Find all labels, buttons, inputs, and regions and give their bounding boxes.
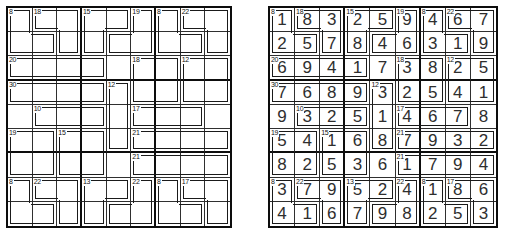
solution-cell-r7c6: 211: [396, 153, 421, 177]
puzzle-cell-r4c9[interactable]: [205, 81, 230, 105]
cage-sum-label: 17: [132, 105, 140, 113]
puzzle-cell-r9c5[interactable]: [107, 202, 132, 226]
solution-cell-r9c5: 9: [370, 202, 395, 226]
solution-digit: 1: [353, 59, 362, 76]
solution-cell-r5c2: 103: [295, 105, 320, 129]
puzzle-cell-r3c2[interactable]: [33, 56, 58, 80]
solution-cell-r4c4: 9: [345, 81, 370, 105]
solution-digit: 6: [428, 108, 437, 125]
cage-sum-label: 8: [157, 8, 162, 16]
solution-cell-r5c4: 5: [345, 105, 370, 129]
puzzle-cell-r5c4[interactable]: [82, 105, 107, 129]
solution-cell-r8c4: 135: [345, 178, 370, 202]
solution-digit: 4: [479, 156, 488, 173]
solution-digit: 5: [353, 108, 362, 125]
solution-cell-r1c1: 81: [270, 8, 295, 32]
cage-outline: [179, 204, 203, 224]
puzzle-cell-r6c7[interactable]: [156, 129, 181, 153]
solution-cell-r1c2: 188: [295, 8, 320, 32]
solution-board: 8118831525199842267257846319206941718381…: [268, 6, 498, 228]
solution-cell-r5c6: 174: [396, 105, 421, 129]
puzzle-cell-r5c6[interactable]: 17: [131, 105, 156, 129]
puzzle-cell-r8c9[interactable]: [205, 178, 230, 202]
cage-sum-label: 18: [296, 8, 304, 16]
solution-digit: 9: [302, 59, 311, 76]
puzzle-cell-r3c9[interactable]: [205, 56, 230, 80]
puzzle-cell-r6c6[interactable]: 21: [131, 129, 156, 153]
solution-cell-r8c8: 178: [446, 178, 471, 202]
cage-sum-label: 19: [132, 8, 140, 16]
cage-sum-label: 8: [422, 178, 427, 186]
cage-outline: [179, 131, 207, 149]
puzzle-cell-r1c9[interactable]: [205, 8, 230, 32]
cage-outline: [31, 58, 59, 76]
puzzle-cell-r8c2[interactable]: 22: [33, 178, 58, 202]
solution-digit: 4: [327, 59, 336, 76]
puzzle-cell-r7c4[interactable]: [82, 153, 107, 177]
solution-digit: 9: [353, 84, 362, 101]
solution-cell-r4c6: 2: [396, 81, 421, 105]
cage-sum-label: 18: [397, 56, 405, 64]
cage-outline: [179, 34, 203, 53]
puzzle-cell-r6c5[interactable]: [107, 129, 132, 153]
puzzle-cell-r6c2[interactable]: [33, 129, 58, 153]
cage-outline: [59, 30, 78, 53]
cage-outline: [203, 10, 228, 33]
solution-digit: 4: [277, 205, 286, 222]
solution-cell-r5c8: 7: [446, 105, 471, 129]
cage-outline: [55, 83, 82, 102]
puzzle-cell-r8c3[interactable]: [57, 178, 82, 202]
puzzle-cell-r5c8[interactable]: [181, 105, 206, 129]
puzzle-cell-r2c8[interactable]: [181, 32, 206, 56]
cage-outline: [31, 151, 55, 174]
solution-cell-r2c9: 9: [471, 32, 496, 56]
solution-digit: 5: [327, 156, 336, 173]
solution-digit: 3: [479, 205, 488, 222]
puzzle-cell-r1c6[interactable]: 19: [131, 8, 156, 32]
puzzle-cell-r9c4[interactable]: [82, 202, 107, 226]
cage-outline: [105, 10, 129, 29]
solution-cell-r9c6: 8: [396, 202, 421, 226]
cage-outline: [31, 83, 59, 102]
solution-digit: 2: [428, 205, 437, 222]
cage-sum-label: 21: [132, 129, 140, 137]
solution-cell-r3c1: 206: [270, 56, 295, 80]
cage-sum-label: 21: [397, 129, 405, 137]
puzzle-cell-r2c1[interactable]: [8, 32, 33, 56]
solution-cell-r8c6: 224: [396, 178, 421, 202]
solution-digit: 8: [277, 156, 286, 173]
solution-digit: 8: [353, 35, 362, 52]
puzzle-cell-r6c3[interactable]: 15: [57, 129, 82, 153]
cage-outline: [59, 200, 78, 224]
solution-digit: 1: [479, 84, 488, 101]
solution-cell-r9c7: 2: [421, 202, 446, 226]
solution-digit: 5: [378, 11, 387, 28]
puzzle-cell-r3c8[interactable]: 12: [181, 56, 206, 80]
cage-sum-label: 8: [271, 8, 276, 16]
solution-cell-r1c3: 3: [320, 8, 345, 32]
solution-digit: 3: [353, 156, 362, 173]
solution-cell-r6c2: 4: [295, 129, 320, 153]
cage-outline: [55, 58, 82, 76]
solution-cell-r6c8: 3: [446, 129, 471, 153]
solution-cell-r9c1: 4: [270, 202, 295, 226]
solution-cell-r2c7: 3: [421, 32, 446, 56]
cage-outline: [183, 79, 207, 102]
puzzle-cell-r8c4[interactable]: 13: [82, 178, 107, 202]
cage-sum-label: 17: [397, 105, 405, 113]
solution-digit: 2: [277, 35, 286, 52]
puzzle-cell-r9c6[interactable]: [131, 202, 156, 226]
puzzle-board: 8181519822201812301210171915212182213228…: [6, 6, 232, 228]
cage-outline: [105, 180, 129, 199]
cage-outline: [203, 79, 228, 102]
cage-outline: [203, 131, 228, 149]
cage-outline: [10, 30, 34, 53]
solution-cell-r9c9: 3: [471, 202, 496, 226]
puzzle-cell-r1c3[interactable]: [57, 8, 82, 32]
cage-outline: [109, 103, 129, 130]
puzzle-cell-r1c1[interactable]: 8: [8, 8, 33, 32]
solution-cell-r3c5: 7: [370, 56, 395, 80]
puzzle-cell-r7c6[interactable]: 21: [131, 153, 156, 177]
solution-cell-r3c3: 4: [320, 56, 345, 80]
solution-cell-r1c5: 5: [370, 8, 395, 32]
puzzle-cell-r7c8[interactable]: [181, 153, 206, 177]
solution-cell-r1c8: 226: [446, 8, 471, 32]
solution-cell-r8c3: 9: [320, 178, 345, 202]
cage-sum-label: 17: [182, 178, 190, 186]
cage-outline: [154, 131, 182, 149]
solution-cell-r4c1: 307: [270, 81, 295, 105]
cage-outline: [10, 200, 34, 224]
puzzle-cell-r6c8[interactable]: [181, 129, 206, 153]
puzzle-cell-r3c5[interactable]: [107, 56, 132, 80]
solution-cell-r6c5: 8: [370, 129, 395, 153]
puzzle-cell-r9c9[interactable]: [205, 202, 230, 226]
puzzle-cell-r3c1[interactable]: 20: [8, 56, 33, 80]
solution-digit: 8: [378, 132, 387, 149]
cage-sum-label: 13: [83, 178, 91, 186]
solution-cell-r9c4: 7: [345, 202, 370, 226]
solution-cell-r2c8: 1: [446, 32, 471, 56]
puzzle-cell-r6c4[interactable]: [82, 129, 107, 153]
solution-digit: 5: [453, 205, 462, 222]
solution-cell-r3c7: 8: [421, 56, 446, 80]
puzzle-cell-r5c3[interactable]: [57, 105, 82, 129]
solution-digit: 2: [402, 84, 411, 101]
puzzle-cell-r2c3[interactable]: [57, 32, 82, 56]
cage-outline: [207, 30, 228, 53]
puzzle-cell-r9c1[interactable]: [8, 202, 33, 226]
solution-cell-r4c5: 123: [370, 81, 395, 105]
cage-outline: [203, 58, 228, 80]
puzzle-cell-r9c2[interactable]: [33, 202, 58, 226]
solution-digit: 8: [402, 205, 411, 222]
solution-digit: 9: [428, 132, 437, 149]
solution-cell-r5c1: 9: [270, 105, 295, 129]
puzzle-cell-r6c1[interactable]: 19: [8, 129, 33, 153]
solution-digit: 7: [479, 11, 488, 28]
cage-sum-label: 22: [132, 178, 140, 186]
solution-digit: 7: [378, 59, 387, 76]
puzzle-cell-r5c9[interactable]: [205, 105, 230, 129]
cage-outline: [80, 131, 104, 153]
solution-digit: 7: [453, 108, 462, 125]
solution-digit: 1: [302, 205, 311, 222]
cage-sum-label: 10: [296, 105, 304, 113]
solution-digit: 6: [402, 35, 411, 52]
cage-sum-label: 15: [83, 8, 91, 16]
puzzle-cell-r7c1[interactable]: [8, 153, 33, 177]
solution-cell-r4c3: 8: [320, 81, 345, 105]
cage-outline: [31, 34, 55, 53]
puzzle-cell-r7c9[interactable]: [205, 153, 230, 177]
solution-cell-r9c3: 6: [320, 202, 345, 226]
puzzle-cell-r8c1[interactable]: 8: [8, 178, 33, 202]
solution-cell-r7c5: 6: [370, 153, 395, 177]
puzzle-cell-r4c2[interactable]: [33, 81, 58, 105]
solution-cell-r5c3: 2: [320, 105, 345, 129]
puzzle-cell-r5c1[interactable]: [8, 105, 33, 129]
cage-sum-label: 12: [371, 81, 379, 89]
solution-cell-r2c4: 8: [345, 32, 370, 56]
solution-digit: 7: [428, 156, 437, 173]
cage-sum-label: 13: [346, 178, 354, 186]
solution-digit: 3: [428, 35, 437, 52]
solution-digit: 2: [479, 132, 488, 149]
solution-digit: 1: [277, 11, 286, 28]
puzzle-cell-r2c6[interactable]: [131, 32, 156, 56]
cage-sum-label: 18: [132, 56, 140, 64]
puzzle-cell-r2c2[interactable]: [33, 32, 58, 56]
solution-cell-r6c3: 151: [320, 129, 345, 153]
solution-digit: 7: [353, 205, 362, 222]
puzzle-cell-r4c4[interactable]: [82, 81, 107, 105]
solution-cell-r1c9: 7: [471, 8, 496, 32]
puzzle-cell-r2c7[interactable]: [156, 32, 181, 56]
solution-cell-r2c5: 4: [370, 32, 395, 56]
solution-digit: 1: [428, 181, 437, 198]
puzzle-cell-r4c8[interactable]: [181, 81, 206, 105]
cage-sum-label: 12: [182, 56, 190, 64]
puzzle-cell-r8c7[interactable]: 8: [156, 178, 181, 202]
cage-outline: [154, 79, 178, 102]
solution-digit: 1: [453, 35, 462, 52]
cage-sum-label: 17: [447, 178, 455, 186]
solution-cell-r9c8: 5: [446, 202, 471, 226]
solution-cell-r6c9: 2: [471, 129, 496, 153]
solution-cell-r5c7: 6: [421, 105, 446, 129]
solution-cell-r2c2: 5: [295, 32, 320, 56]
solution-digit: 5: [479, 59, 488, 76]
cage-sum-label: 21: [132, 153, 140, 161]
puzzle-cell-r1c7[interactable]: 8: [156, 8, 181, 32]
puzzle-cell-r2c4[interactable]: [82, 32, 107, 56]
solution-digit: 6: [327, 205, 336, 222]
solution-digit: 4: [378, 35, 387, 52]
solution-cell-r7c7: 7: [421, 153, 446, 177]
solution-cell-r7c1: 8: [270, 153, 295, 177]
solution-cell-r3c8: 122: [446, 56, 471, 80]
puzzle-cell-r6c9[interactable]: [205, 129, 230, 153]
cage-outline: [158, 200, 182, 224]
cage-outline: [80, 83, 104, 102]
solution-cell-r1c4: 152: [345, 8, 370, 32]
cage-sum-label: 22: [296, 178, 304, 186]
cage-sum-label: 8: [9, 178, 14, 186]
puzzle-cell-r5c2[interactable]: 10: [33, 105, 58, 129]
puzzle-cell-r9c8[interactable]: [181, 202, 206, 226]
cage-outline: [154, 107, 182, 126]
solution-cell-r5c5: 1: [370, 105, 395, 129]
puzzle-cell-r5c5[interactable]: [107, 105, 132, 129]
puzzle-cell-r4c5[interactable]: 12: [107, 81, 132, 105]
solution-cell-r8c1: 83: [270, 178, 295, 202]
cage-outline: [55, 10, 78, 33]
puzzle-cell-r3c3[interactable]: [57, 56, 82, 80]
solution-cell-r2c6: 6: [396, 32, 421, 56]
cage-sum-label: 21: [397, 153, 405, 161]
solution-cell-r6c6: 217: [396, 129, 421, 153]
puzzle-cell-r4c3[interactable]: [57, 81, 82, 105]
puzzle-cell-r5c7[interactable]: [156, 105, 181, 129]
cage-outline: [154, 155, 182, 174]
cage-outline: [207, 200, 228, 224]
cage-sum-label: 15: [346, 8, 354, 16]
solution-cell-r6c1: 195: [270, 129, 295, 153]
puzzle-cell-r8c6[interactable]: 22: [131, 178, 156, 202]
cage-outline: [80, 58, 104, 76]
solution-digit: 3: [277, 181, 286, 198]
solution-cell-r4c9: 1: [471, 81, 496, 105]
puzzle-cell-r3c7[interactable]: [156, 56, 181, 80]
puzzle-cell-r3c6[interactable]: 18: [131, 56, 156, 80]
cage-sum-label: 18: [34, 8, 42, 16]
solution-cell-r1c6: 199: [396, 8, 421, 32]
solution-cell-r8c2: 227: [295, 178, 320, 202]
solution-digit: 5: [302, 35, 311, 52]
puzzle-cell-r4c1[interactable]: 30: [8, 81, 33, 105]
solution-cell-r7c2: 2: [295, 153, 320, 177]
cage-outline: [109, 34, 133, 53]
puzzle-cell-r1c8[interactable]: 22: [181, 8, 206, 32]
solution-cell-r7c8: 9: [446, 153, 471, 177]
solution-cell-r8c9: 6: [471, 178, 496, 202]
solution-cell-r4c8: 4: [446, 81, 471, 105]
cage-outline: [84, 200, 104, 224]
puzzle-cell-r3c4[interactable]: [82, 56, 107, 80]
cage-outline: [109, 204, 133, 224]
cage-sum-label: 19: [271, 129, 279, 137]
cage-outline: [84, 30, 104, 53]
cage-sum-label: 30: [271, 81, 279, 89]
solution-cell-r2c3: 7: [320, 32, 345, 56]
solution-digit: 4: [453, 84, 462, 101]
cage-outline: [154, 58, 178, 80]
cage-sum-label: 8: [157, 178, 162, 186]
puzzle-cell-r8c8[interactable]: 17: [181, 178, 206, 202]
solution-cell-r6c7: 9: [421, 129, 446, 153]
solution-cell-r4c2: 6: [295, 81, 320, 105]
puzzle-cell-r4c6[interactable]: [131, 81, 156, 105]
solution-cell-r7c3: 5: [320, 153, 345, 177]
solution-digit: 1: [378, 108, 387, 125]
cage-sum-label: 12: [108, 81, 116, 89]
cage-outline: [10, 151, 34, 174]
solution-digit: 2: [378, 181, 387, 198]
puzzle-cell-r7c7[interactable]: [156, 153, 181, 177]
cage-outline: [179, 107, 203, 126]
puzzle-cell-r1c4[interactable]: 15: [82, 8, 107, 32]
solution-digit: 7: [327, 35, 336, 52]
cage-outline: [55, 180, 78, 203]
puzzle-cell-r7c2[interactable]: [33, 153, 58, 177]
solution-digit: 9: [453, 156, 462, 173]
puzzle-cell-r7c5[interactable]: [107, 153, 132, 177]
cage-sum-label: 15: [321, 129, 329, 137]
cage-outline: [31, 204, 55, 224]
puzzle-cell-r4c7[interactable]: [156, 81, 181, 105]
cage-sum-label: 19: [9, 129, 17, 137]
solution-digit: 6: [378, 156, 387, 173]
solution-cell-r3c6: 183: [396, 56, 421, 80]
solution-cell-r8c7: 81: [421, 178, 446, 202]
solution-cell-r5c9: 8: [471, 105, 496, 129]
solution-cell-r7c9: 4: [471, 153, 496, 177]
puzzle-cell-r2c9[interactable]: [205, 32, 230, 56]
cage-outline: [59, 151, 82, 174]
solution-digit: 6: [353, 132, 362, 149]
solution-cell-r9c2: 1: [295, 202, 320, 226]
solution-digit: 2: [302, 156, 311, 173]
cage-sum-label: 8: [422, 8, 427, 16]
puzzle-cell-r1c5[interactable]: [107, 8, 132, 32]
cage-sum-label: 20: [271, 56, 279, 64]
cage-outline: [80, 107, 104, 126]
puzzle-cell-r2c5[interactable]: [107, 32, 132, 56]
solution-cell-r3c2: 9: [295, 56, 320, 80]
solution-digit: 5: [428, 84, 437, 101]
cage-sum-label: 22: [397, 178, 405, 186]
cage-sum-label: 15: [58, 129, 66, 137]
cage-outline: [203, 180, 228, 203]
puzzle-cell-r7c3[interactable]: [57, 153, 82, 177]
puzzle-cell-r9c7[interactable]: [156, 202, 181, 226]
cage-outline: [129, 30, 152, 53]
cage-sum-label: 22: [447, 8, 455, 16]
solution-cell-r1c7: 84: [421, 8, 446, 32]
solution-cell-r6c4: 6: [345, 129, 370, 153]
cage-outline: [109, 127, 129, 149]
cage-sum-label: 8: [9, 8, 14, 16]
puzzle-cell-r1c2[interactable]: 18: [33, 8, 58, 32]
puzzle-cell-r9c3[interactable]: [57, 202, 82, 226]
puzzle-cell-r8c5[interactable]: [107, 178, 132, 202]
solution-digit: 3: [327, 11, 336, 28]
solution-digit: 9: [277, 108, 286, 125]
cage-sum-label: 30: [9, 81, 17, 89]
solution-cell-r4c7: 5: [421, 81, 446, 105]
solution-digit: 9: [378, 205, 387, 222]
solution-cell-r7c4: 3: [345, 153, 370, 177]
solution-digit: 6: [302, 84, 311, 101]
solution-digit: 6: [479, 181, 488, 198]
solution-digit: 8: [327, 84, 336, 101]
cage-outline: [129, 200, 152, 224]
